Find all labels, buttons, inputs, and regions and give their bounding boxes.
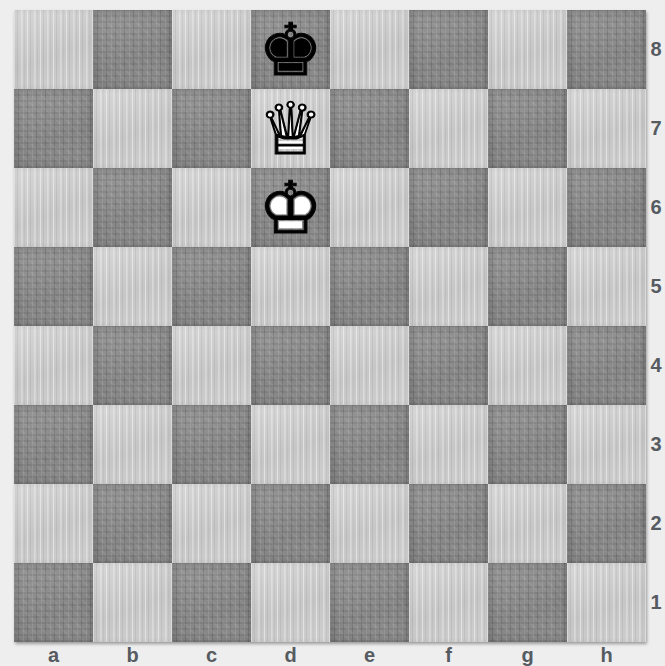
square-h6[interactable] [567,168,646,247]
rank-label-3: 3 [647,405,665,484]
square-g8[interactable] [488,10,567,89]
square-d4[interactable] [251,326,330,405]
file-label-e: e [330,644,409,666]
black-king-icon: ♚ [258,14,323,86]
rank-label-4: 4 [647,326,665,405]
square-c2[interactable] [172,484,251,563]
square-h3[interactable] [567,405,646,484]
square-a6[interactable] [14,168,93,247]
rank-labels: 87654321 [647,10,665,642]
rank-label-1: 1 [647,563,665,642]
square-d5[interactable] [251,247,330,326]
square-e3[interactable] [330,405,409,484]
rank-label-5: 5 [647,247,665,326]
file-label-a: a [14,644,93,666]
square-h1[interactable] [567,563,646,642]
file-label-g: g [488,644,567,666]
rank-label-2: 2 [647,484,665,563]
square-h4[interactable] [567,326,646,405]
square-a4[interactable] [14,326,93,405]
square-b3[interactable] [93,405,172,484]
square-e1[interactable] [330,563,409,642]
square-h7[interactable] [567,89,646,168]
piece-black-king[interactable]: ♔♚ [251,10,330,89]
rank-label-7: 7 [647,89,665,168]
square-e8[interactable] [330,10,409,89]
white-queen-icon: ♕ [258,93,323,165]
file-label-c: c [172,644,251,666]
square-f1[interactable] [409,563,488,642]
square-g6[interactable] [488,168,567,247]
square-g2[interactable] [488,484,567,563]
square-e2[interactable] [330,484,409,563]
square-g5[interactable] [488,247,567,326]
square-b2[interactable] [93,484,172,563]
square-f6[interactable] [409,168,488,247]
square-d1[interactable] [251,563,330,642]
square-f3[interactable] [409,405,488,484]
file-label-d: d [251,644,330,666]
square-a7[interactable] [14,89,93,168]
square-f5[interactable] [409,247,488,326]
square-c4[interactable] [172,326,251,405]
square-b5[interactable] [93,247,172,326]
square-b1[interactable] [93,563,172,642]
square-d7[interactable]: ♛♕ [251,89,330,168]
square-b8[interactable] [93,10,172,89]
square-b6[interactable] [93,168,172,247]
square-e7[interactable] [330,89,409,168]
white-king-icon: ♔ [258,172,323,244]
square-d8[interactable]: ♔♚ [251,10,330,89]
rank-label-8: 8 [647,10,665,89]
square-c7[interactable] [172,89,251,168]
square-a8[interactable] [14,10,93,89]
square-f7[interactable] [409,89,488,168]
rank-label-6: 6 [647,168,665,247]
file-label-b: b [93,644,172,666]
square-c3[interactable] [172,405,251,484]
file-labels: abcdefgh [14,644,646,666]
chess-app: ♔♚♛♕♚♔ 87654321 abcdefgh [0,0,665,666]
square-h8[interactable] [567,10,646,89]
piece-white-queen[interactable]: ♛♕ [251,89,330,168]
square-d6[interactable]: ♚♔ [251,168,330,247]
file-label-h: h [567,644,646,666]
square-a1[interactable] [14,563,93,642]
square-f4[interactable] [409,326,488,405]
square-g3[interactable] [488,405,567,484]
square-b4[interactable] [93,326,172,405]
square-g4[interactable] [488,326,567,405]
chess-board: ♔♚♛♕♚♔ [14,10,646,642]
piece-white-king[interactable]: ♚♔ [251,168,330,247]
square-e6[interactable] [330,168,409,247]
square-g1[interactable] [488,563,567,642]
square-a3[interactable] [14,405,93,484]
square-d3[interactable] [251,405,330,484]
square-c1[interactable] [172,563,251,642]
square-f2[interactable] [409,484,488,563]
square-h2[interactable] [567,484,646,563]
square-c5[interactable] [172,247,251,326]
square-e5[interactable] [330,247,409,326]
file-label-f: f [409,644,488,666]
square-f8[interactable] [409,10,488,89]
square-g7[interactable] [488,89,567,168]
square-a2[interactable] [14,484,93,563]
square-c8[interactable] [172,10,251,89]
square-d2[interactable] [251,484,330,563]
square-b7[interactable] [93,89,172,168]
square-c6[interactable] [172,168,251,247]
square-e4[interactable] [330,326,409,405]
square-a5[interactable] [14,247,93,326]
square-h5[interactable] [567,247,646,326]
